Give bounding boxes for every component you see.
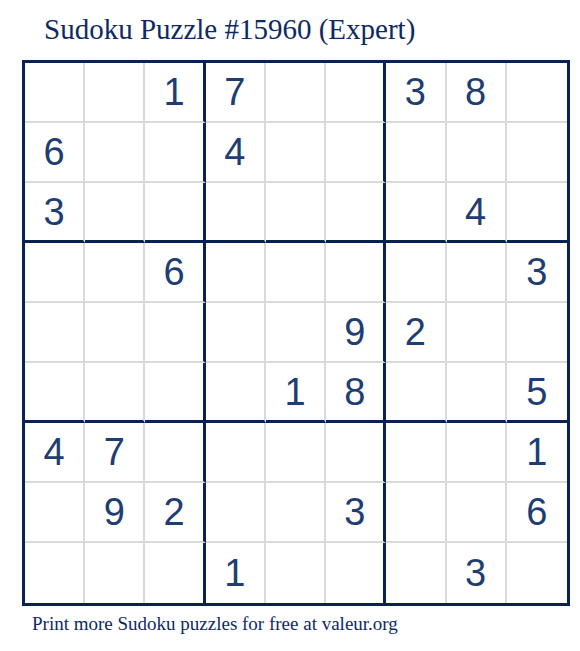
- cell-r1c1[interactable]: [25, 63, 85, 123]
- cell-r5c4[interactable]: [206, 303, 266, 363]
- cell-r1c6[interactable]: [326, 63, 386, 123]
- cell-r6c7[interactable]: [386, 363, 446, 423]
- cell-r7c9[interactable]: 1: [507, 423, 567, 483]
- cell-r1c9[interactable]: [507, 63, 567, 123]
- cell-r6c2[interactable]: [85, 363, 145, 423]
- cell-r4c9[interactable]: 3: [507, 243, 567, 303]
- cell-r3c8[interactable]: 4: [447, 183, 507, 243]
- cell-r6c1[interactable]: [25, 363, 85, 423]
- cell-r9c2[interactable]: [85, 543, 145, 603]
- cell-r4c4[interactable]: [206, 243, 266, 303]
- cell-r5c3[interactable]: [145, 303, 205, 363]
- cell-r3c6[interactable]: [326, 183, 386, 243]
- cell-r6c3[interactable]: [145, 363, 205, 423]
- cell-r9c5[interactable]: [266, 543, 326, 603]
- cell-r5c5[interactable]: [266, 303, 326, 363]
- cell-r2c6[interactable]: [326, 123, 386, 183]
- cell-r3c2[interactable]: [85, 183, 145, 243]
- cell-r8c3[interactable]: 2: [145, 483, 205, 543]
- cell-r1c3[interactable]: 1: [145, 63, 205, 123]
- sudoku-board: 173864346392185471923613: [22, 60, 570, 606]
- cell-r2c3[interactable]: [145, 123, 205, 183]
- cell-r6c9[interactable]: 5: [507, 363, 567, 423]
- cell-r5c7[interactable]: 2: [386, 303, 446, 363]
- cell-r9c9[interactable]: [507, 543, 567, 603]
- cell-r7c6[interactable]: [326, 423, 386, 483]
- cell-r3c7[interactable]: [386, 183, 446, 243]
- cell-r7c4[interactable]: [206, 423, 266, 483]
- cell-r6c6[interactable]: 8: [326, 363, 386, 423]
- cell-r8c5[interactable]: [266, 483, 326, 543]
- cell-r3c9[interactable]: [507, 183, 567, 243]
- cell-r1c7[interactable]: 3: [386, 63, 446, 123]
- cell-r8c7[interactable]: [386, 483, 446, 543]
- cell-r7c3[interactable]: [145, 423, 205, 483]
- cell-r4c6[interactable]: [326, 243, 386, 303]
- cell-r3c4[interactable]: [206, 183, 266, 243]
- cell-r2c5[interactable]: [266, 123, 326, 183]
- cell-r6c8[interactable]: [447, 363, 507, 423]
- cell-r2c1[interactable]: 6: [25, 123, 85, 183]
- cell-r2c7[interactable]: [386, 123, 446, 183]
- cell-r5c8[interactable]: [447, 303, 507, 363]
- cell-r9c7[interactable]: [386, 543, 446, 603]
- cell-r4c3[interactable]: 6: [145, 243, 205, 303]
- footer-text: Print more Sudoku puzzles for free at va…: [32, 613, 398, 635]
- cell-r7c5[interactable]: [266, 423, 326, 483]
- cell-r6c5[interactable]: 1: [266, 363, 326, 423]
- cell-r2c9[interactable]: [507, 123, 567, 183]
- cell-r3c3[interactable]: [145, 183, 205, 243]
- cell-r7c7[interactable]: [386, 423, 446, 483]
- cell-r8c1[interactable]: [25, 483, 85, 543]
- cell-r9c4[interactable]: 1: [206, 543, 266, 603]
- cell-r7c8[interactable]: [447, 423, 507, 483]
- cell-r1c8[interactable]: 8: [447, 63, 507, 123]
- cell-r4c5[interactable]: [266, 243, 326, 303]
- cell-r9c6[interactable]: [326, 543, 386, 603]
- cell-r8c6[interactable]: 3: [326, 483, 386, 543]
- cell-r9c1[interactable]: [25, 543, 85, 603]
- cell-r8c2[interactable]: 9: [85, 483, 145, 543]
- cell-r5c2[interactable]: [85, 303, 145, 363]
- cell-r1c5[interactable]: [266, 63, 326, 123]
- cell-r4c1[interactable]: [25, 243, 85, 303]
- cell-r2c8[interactable]: [447, 123, 507, 183]
- cell-r1c2[interactable]: [85, 63, 145, 123]
- cell-r5c1[interactable]: [25, 303, 85, 363]
- cell-r9c3[interactable]: [145, 543, 205, 603]
- cell-r7c2[interactable]: 7: [85, 423, 145, 483]
- cell-r6c4[interactable]: [206, 363, 266, 423]
- cell-r3c1[interactable]: 3: [25, 183, 85, 243]
- cell-r8c4[interactable]: [206, 483, 266, 543]
- cell-r4c7[interactable]: [386, 243, 446, 303]
- cell-r1c4[interactable]: 7: [206, 63, 266, 123]
- cell-r8c9[interactable]: 6: [507, 483, 567, 543]
- cell-r3c5[interactable]: [266, 183, 326, 243]
- cell-r2c4[interactable]: 4: [206, 123, 266, 183]
- cell-r5c9[interactable]: [507, 303, 567, 363]
- cell-r5c6[interactable]: 9: [326, 303, 386, 363]
- cell-r4c2[interactable]: [85, 243, 145, 303]
- cell-r7c1[interactable]: 4: [25, 423, 85, 483]
- cell-r8c8[interactable]: [447, 483, 507, 543]
- cell-r2c2[interactable]: [85, 123, 145, 183]
- cell-r4c8[interactable]: [447, 243, 507, 303]
- cell-r9c8[interactable]: 3: [447, 543, 507, 603]
- page-title: Sudoku Puzzle #15960 (Expert): [44, 13, 415, 46]
